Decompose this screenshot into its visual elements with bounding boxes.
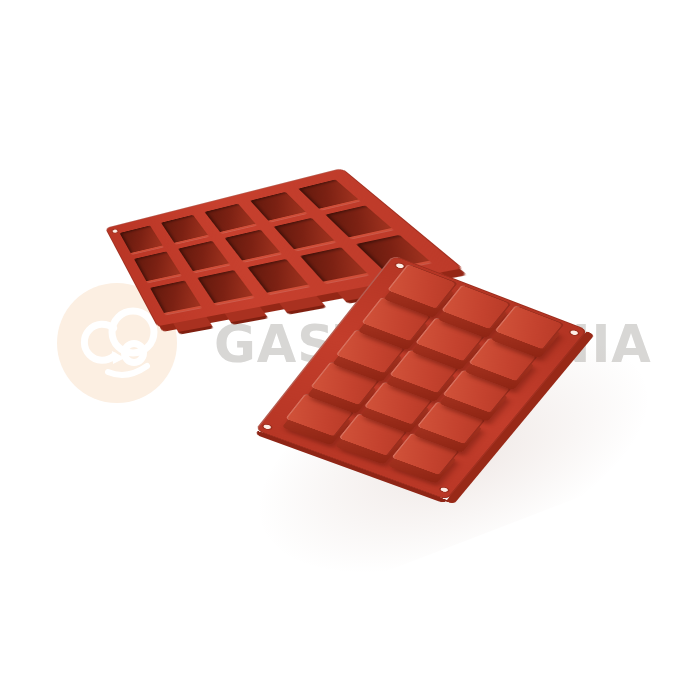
cavity-cell [298, 179, 360, 210]
cavity-cell [247, 259, 309, 294]
cube-bump [388, 441, 457, 483]
cavity-cell [134, 251, 182, 282]
cavity-cell [225, 230, 282, 262]
cavity-cell [161, 215, 209, 244]
cavity-cell [178, 241, 230, 273]
cavity-cell [150, 280, 202, 314]
product-photo: GASTROMANIA [0, 0, 680, 680]
cavity-cell [205, 204, 257, 234]
cavity-cell [274, 218, 336, 251]
cavity-cell [250, 192, 307, 222]
cavity-cell [325, 205, 393, 238]
cavity-cell [300, 247, 369, 283]
cavity-cell [120, 225, 164, 254]
cavity-cell [197, 270, 254, 305]
